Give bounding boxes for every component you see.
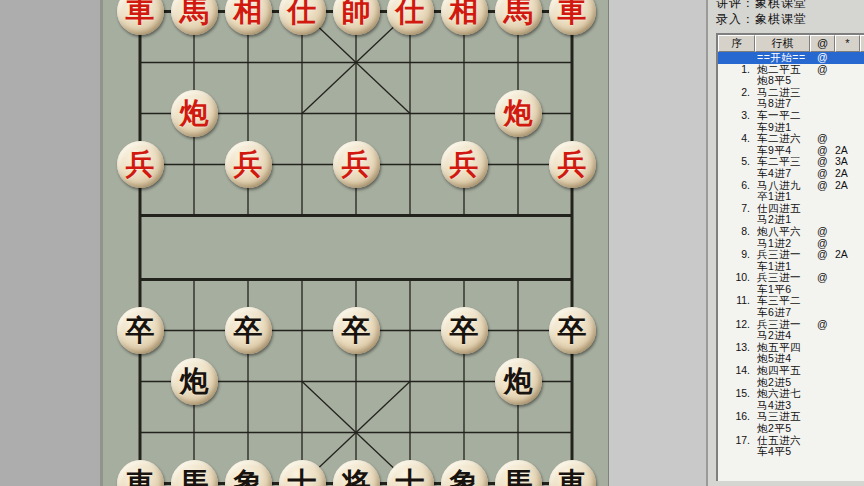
move-star-flag [835, 191, 864, 203]
header-star[interactable]: * [835, 35, 860, 52]
move-seq: 9. [718, 249, 750, 261]
move-at-flag [817, 365, 835, 377]
move-star-flag [835, 388, 864, 400]
move-at-flag [817, 98, 835, 110]
board-point-9-2[interactable]: 象 [221, 458, 275, 486]
black-piece-卒[interactable]: 卒 [225, 307, 272, 354]
move-at-flag [817, 191, 835, 203]
board-point-2-7[interactable]: 炮 [491, 88, 545, 139]
header-filler [860, 35, 864, 52]
piece-character: 炮 [180, 367, 209, 396]
move-star-flag: 2A [835, 249, 864, 261]
red-piece-炮[interactable]: 炮 [171, 90, 218, 137]
move-star-flag [835, 272, 864, 284]
board-point-1-5 [383, 37, 437, 88]
board-point-6-8[interactable]: 卒 [545, 305, 599, 356]
black-piece-士[interactable]: 士 [279, 460, 326, 486]
red-piece-炮[interactable]: 炮 [495, 90, 542, 137]
black-piece-炮[interactable]: 炮 [495, 358, 542, 405]
move-text: 车二进六 [750, 133, 817, 145]
move-at-flag [817, 295, 835, 307]
move-star-flag [835, 98, 864, 110]
move-row[interactable]: 14.炮四平五 [718, 365, 864, 377]
board-point-1-4 [329, 37, 383, 88]
move-at-flag: @ [817, 168, 835, 180]
move-star-flag [835, 342, 864, 354]
board-point-1-7 [491, 37, 545, 88]
black-piece-卒[interactable]: 卒 [117, 307, 164, 354]
board-point-0-0[interactable]: 車 [113, 0, 167, 37]
board-point-8-6 [437, 407, 491, 458]
board-point-7-7[interactable]: 炮 [491, 356, 545, 407]
move-text: 车6进7 [750, 307, 817, 319]
board-piece-grid: 車馬相仕帥仕相馬車炮炮兵兵兵兵兵卒卒卒卒卒炮炮車馬象士将士象馬車 [113, 0, 599, 486]
move-at-flag [817, 377, 835, 389]
board-point-0-4[interactable]: 帥 [329, 0, 383, 37]
move-at-flag [817, 400, 835, 412]
move-at-flag: @ [817, 249, 835, 261]
board-point-4-8 [545, 190, 599, 241]
board-point-3-2[interactable]: 兵 [221, 139, 275, 190]
move-text: 车一平二 [750, 110, 817, 122]
piece-character: 車 [126, 0, 155, 26]
black-piece-象[interactable]: 象 [225, 460, 272, 486]
red-piece-兵[interactable]: 兵 [225, 141, 272, 188]
board-point-9-6[interactable]: 象 [437, 458, 491, 486]
move-at-flag: @ [817, 64, 835, 76]
piece-character: 卒 [126, 316, 155, 345]
board-point-2-4 [329, 88, 383, 139]
piece-character: 車 [126, 469, 155, 486]
move-seq: 2. [718, 87, 750, 99]
board-point-8-8 [545, 407, 599, 458]
piece-character: 卒 [450, 316, 479, 345]
board-point-1-3 [275, 37, 329, 88]
piece-character: 馬 [180, 469, 209, 486]
move-star-flag [835, 353, 864, 365]
move-star-flag [835, 64, 864, 76]
piece-character: 卒 [234, 316, 263, 345]
board-point-4-0 [113, 190, 167, 241]
board-point-1-6 [437, 37, 491, 88]
move-seq [718, 307, 750, 319]
move-seq: 17. [718, 435, 750, 447]
board-point-6-5 [383, 305, 437, 356]
piece-character: 将 [342, 469, 371, 486]
move-seq: 11. [718, 295, 750, 307]
board-point-3-0[interactable]: 兵 [113, 139, 167, 190]
move-at-flag [817, 203, 835, 215]
piece-character: 炮 [180, 99, 209, 128]
board-point-7-4 [329, 356, 383, 407]
red-piece-仕[interactable]: 仕 [279, 0, 326, 35]
board-point-7-1[interactable]: 炮 [167, 356, 221, 407]
board-point-4-6 [437, 190, 491, 241]
board-point-6-6[interactable]: 卒 [437, 305, 491, 356]
red-piece-兵[interactable]: 兵 [441, 141, 488, 188]
red-piece-兵[interactable]: 兵 [333, 141, 380, 188]
board-point-3-3 [275, 139, 329, 190]
board-point-4-3 [275, 190, 329, 241]
move-star-flag [835, 203, 864, 215]
move-seq: 7. [718, 203, 750, 215]
board-point-2-0 [113, 88, 167, 139]
board-point-0-2[interactable]: 相 [221, 0, 275, 37]
piece-character: 馬 [180, 0, 209, 26]
board-point-5-0 [113, 254, 167, 305]
move-row[interactable]: 车4平5 [718, 446, 864, 458]
move-seq: 12. [718, 319, 750, 331]
board-point-8-4 [329, 407, 383, 458]
move-row-start-selected[interactable]: ==开始==@ [718, 52, 864, 64]
board-point-4-5 [383, 190, 437, 241]
move-text: 车4进7 [750, 168, 817, 180]
move-star-flag [835, 226, 864, 238]
move-rows: ==开始==@1.炮二平五@炮8平52.马二进三马8进73.车一平二车9进14.… [718, 52, 864, 458]
move-seq: 15. [718, 388, 750, 400]
move-star-flag: 2A [835, 168, 864, 180]
black-piece-車[interactable]: 車 [117, 460, 164, 486]
piece-character: 兵 [558, 150, 587, 179]
move-star-flag [835, 400, 864, 412]
move-text: 炮2平5 [750, 423, 817, 435]
move-at-flag [817, 110, 835, 122]
board-point-2-5 [383, 88, 437, 139]
piece-character: 兵 [126, 150, 155, 179]
piece-character: 馬 [504, 469, 533, 486]
black-piece-象[interactable]: 象 [441, 460, 488, 486]
move-seq: 1. [718, 64, 750, 76]
move-at-flag: @ [817, 180, 835, 192]
black-piece-卒[interactable]: 卒 [441, 307, 488, 354]
piece-character: 象 [450, 469, 479, 486]
piece-character: 兵 [450, 150, 479, 179]
board-point-6-4[interactable]: 卒 [329, 305, 383, 356]
move-star-flag [835, 122, 864, 134]
board-point-2-2 [221, 88, 275, 139]
board-point-5-5 [383, 254, 437, 305]
board-point-9-7[interactable]: 馬 [491, 458, 545, 486]
board-point-5-3 [275, 254, 329, 305]
move-seq: 14. [718, 365, 750, 377]
piece-character: 兵 [342, 150, 371, 179]
move-at-flag [817, 388, 835, 400]
black-piece-士[interactable]: 士 [387, 460, 434, 486]
piece-character: 士 [396, 469, 425, 486]
board-point-7-5 [383, 356, 437, 407]
board-point-5-1 [167, 254, 221, 305]
board-point-0-8[interactable]: 車 [545, 0, 599, 37]
board-point-9-5[interactable]: 士 [383, 458, 437, 486]
move-text: 卒1进1 [750, 191, 817, 203]
move-star-flag [835, 214, 864, 226]
move-seq [718, 52, 750, 64]
move-at-flag [817, 330, 835, 342]
move-text: ==开始== [750, 52, 817, 64]
move-row[interactable]: 车6进7 [718, 307, 864, 319]
black-piece-炮[interactable]: 炮 [171, 358, 218, 405]
piece-character: 馬 [504, 0, 533, 26]
xiangqi-app-window: 車馬相仕帥仕相馬車炮炮兵兵兵兵兵卒卒卒卒卒炮炮車馬象士将士象馬車 讲评：象棋课堂… [0, 0, 864, 486]
board-point-2-1[interactable]: 炮 [167, 88, 221, 139]
move-record-panel: 讲评：象棋课堂 录入：象棋课堂 序 行棋 @ * ==开始==@1.炮二平五@炮… [706, 0, 864, 486]
board-point-4-2 [221, 190, 275, 241]
move-row[interactable]: 3.车一平二 [718, 110, 864, 122]
move-at-flag: @ [817, 319, 835, 331]
move-star-flag [835, 330, 864, 342]
move-seq: 8. [718, 226, 750, 238]
move-star-flag [835, 435, 864, 447]
move-list-header: 序 行棋 @ * [718, 35, 864, 52]
red-piece-馬[interactable]: 馬 [495, 0, 542, 35]
board-point-0-6[interactable]: 相 [437, 0, 491, 37]
move-at-flag: @ [817, 226, 835, 238]
move-text: 车4平5 [750, 446, 817, 458]
move-star-flag [835, 133, 864, 145]
move-at-flag: @ [817, 133, 835, 145]
board-point-7-6 [437, 356, 491, 407]
piece-character: 車 [558, 469, 587, 486]
move-star-flag [835, 75, 864, 87]
move-at-flag: @ [817, 52, 835, 64]
move-at-flag [817, 435, 835, 447]
move-seq: 10. [718, 272, 750, 284]
red-piece-馬[interactable]: 馬 [171, 0, 218, 35]
board-point-3-8[interactable]: 兵 [545, 139, 599, 190]
move-seq: 5. [718, 156, 750, 168]
move-at-flag [817, 284, 835, 296]
move-text: 兵三进一 [750, 249, 817, 261]
black-piece-馬[interactable]: 馬 [171, 460, 218, 486]
board-point-3-5 [383, 139, 437, 190]
board-point-9-8[interactable]: 車 [545, 458, 599, 486]
piece-character: 相 [234, 0, 263, 26]
piece-character: 卒 [558, 316, 587, 345]
move-seq [718, 423, 750, 435]
board-point-7-2 [221, 356, 275, 407]
move-seq [718, 446, 750, 458]
board-point-8-3 [275, 407, 329, 458]
move-seq: 6. [718, 180, 750, 192]
piece-character: 仕 [396, 0, 425, 26]
left-gray-margin [0, 0, 103, 486]
board-point-4-1 [167, 190, 221, 241]
move-row[interactable]: 8.炮八平六@ [718, 226, 864, 238]
black-piece-将[interactable]: 将 [333, 460, 380, 486]
black-piece-卒[interactable]: 卒 [549, 307, 596, 354]
move-star-flag [835, 423, 864, 435]
move-star-flag [835, 411, 864, 423]
board-point-8-2 [221, 407, 275, 458]
board-point-9-4[interactable]: 将 [329, 458, 383, 486]
board-point-7-3 [275, 356, 329, 407]
piece-character: 炮 [504, 99, 533, 128]
move-at-flag: @ [817, 272, 835, 284]
board-point-0-7[interactable]: 馬 [491, 0, 545, 37]
board-point-0-5[interactable]: 仕 [383, 0, 437, 37]
header-move[interactable]: 行棋 [755, 35, 810, 52]
piece-character: 士 [288, 469, 317, 486]
move-at-flag [817, 342, 835, 354]
move-text: 炮四平五 [750, 365, 817, 377]
board-point-5-7 [491, 254, 545, 305]
board-point-8-1 [167, 407, 221, 458]
move-seq: 16. [718, 411, 750, 423]
move-at-flag [817, 353, 835, 365]
board-point-3-7 [491, 139, 545, 190]
piece-character: 炮 [504, 367, 533, 396]
board-point-6-0[interactable]: 卒 [113, 305, 167, 356]
board-point-5-4 [329, 254, 383, 305]
board-point-1-1 [167, 37, 221, 88]
piece-character: 相 [450, 0, 479, 26]
move-at-flag [817, 411, 835, 423]
move-at-flag [817, 87, 835, 99]
board-point-6-7 [491, 305, 545, 356]
board-point-5-2 [221, 254, 275, 305]
board-point-4-4 [329, 190, 383, 241]
red-piece-帥[interactable]: 帥 [333, 0, 380, 35]
board-point-3-1 [167, 139, 221, 190]
black-piece-卒[interactable]: 卒 [333, 307, 380, 354]
move-row[interactable]: 卒1进1 [718, 191, 864, 203]
board-point-3-6[interactable]: 兵 [437, 139, 491, 190]
board-point-2-6 [437, 88, 491, 139]
board-point-6-1 [167, 305, 221, 356]
move-star-flag [835, 365, 864, 377]
red-piece-兵[interactable]: 兵 [549, 141, 596, 188]
board-point-0-3[interactable]: 仕 [275, 0, 329, 37]
board-point-8-7 [491, 407, 545, 458]
move-star-flag: 2A [835, 180, 864, 192]
board-point-3-4[interactable]: 兵 [329, 139, 383, 190]
board-point-6-3 [275, 305, 329, 356]
board-point-2-8 [545, 88, 599, 139]
xiangqi-board: 車馬相仕帥仕相馬車炮炮兵兵兵兵兵卒卒卒卒卒炮炮車馬象士将士象馬車 [103, 0, 609, 486]
board-point-8-5 [383, 407, 437, 458]
piece-character: 車 [558, 0, 587, 26]
move-row[interactable]: 车4进7@2A [718, 168, 864, 180]
board-point-9-1[interactable]: 馬 [167, 458, 221, 486]
move-star-flag [835, 261, 864, 273]
black-piece-車[interactable]: 車 [549, 460, 596, 486]
header-at[interactable]: @ [810, 35, 835, 52]
board-point-1-2 [221, 37, 275, 88]
move-star-flag [835, 377, 864, 389]
move-star-flag [835, 295, 864, 307]
board-point-1-0 [113, 37, 167, 88]
move-star-flag [835, 307, 864, 319]
red-piece-車[interactable]: 車 [117, 0, 164, 35]
red-piece-車[interactable]: 車 [549, 0, 596, 35]
red-piece-相[interactable]: 相 [225, 0, 272, 35]
board-point-9-0[interactable]: 車 [113, 458, 167, 486]
move-seq: 13. [718, 342, 750, 354]
header-seq[interactable]: 序 [718, 35, 755, 52]
move-star-flag [835, 284, 864, 296]
board-point-2-3 [275, 88, 329, 139]
board-point-1-8 [545, 37, 599, 88]
move-star-flag [835, 446, 864, 458]
move-star-flag [835, 52, 864, 64]
move-at-flag [817, 75, 835, 87]
black-piece-馬[interactable]: 馬 [495, 460, 542, 486]
board-point-7-8 [545, 356, 599, 407]
piece-character: 象 [234, 469, 263, 486]
move-text: 炮八平六 [750, 226, 817, 238]
piece-character: 兵 [234, 150, 263, 179]
move-seq: 4. [718, 133, 750, 145]
move-star-flag [835, 87, 864, 99]
board-point-7-0 [113, 356, 167, 407]
move-at-flag [817, 446, 835, 458]
board-point-8-0 [113, 407, 167, 458]
recorder-label: 录入：象棋课堂 [716, 11, 807, 28]
board-point-4-7 [491, 190, 545, 241]
board-point-9-3[interactable]: 士 [275, 458, 329, 486]
red-piece-仕[interactable]: 仕 [387, 0, 434, 35]
move-row[interactable]: 4.车二进六@ [718, 133, 864, 145]
move-star-flag [835, 110, 864, 122]
move-row[interactable]: 9.兵三进一@2A [718, 249, 864, 261]
board-point-5-6 [437, 254, 491, 305]
move-seq [718, 168, 750, 180]
move-at-flag [817, 307, 835, 319]
red-piece-兵[interactable]: 兵 [117, 141, 164, 188]
move-row[interactable]: 炮2平5 [718, 423, 864, 435]
board-point-5-8 [545, 254, 599, 305]
red-piece-相[interactable]: 相 [441, 0, 488, 35]
move-seq [718, 191, 750, 203]
move-list-box[interactable]: 序 行棋 @ * ==开始==@1.炮二平五@炮8平52.马二进三马8进73.车… [716, 33, 864, 481]
move-at-flag [817, 423, 835, 435]
piece-character: 卒 [342, 316, 371, 345]
move-seq: 3. [718, 110, 750, 122]
piece-character: 仕 [288, 0, 317, 26]
board-point-0-1[interactable]: 馬 [167, 0, 221, 37]
board-point-6-2[interactable]: 卒 [221, 305, 275, 356]
piece-character: 帥 [342, 0, 371, 26]
move-star-flag [835, 319, 864, 331]
